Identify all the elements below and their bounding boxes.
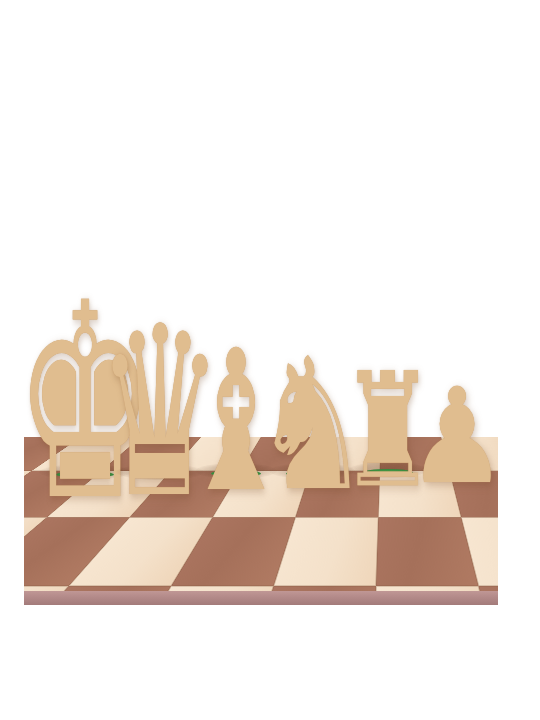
chessboard bbox=[24, 437, 498, 591]
piece-white-bishop: ♝ bbox=[146, 0, 326, 720]
piece-white-king: ♚ bbox=[0, 0, 175, 720]
square-r1c5 bbox=[295, 471, 379, 518]
piece-white-rook: ♜ bbox=[298, 0, 478, 720]
piece-white-knight: ♞ bbox=[222, 0, 402, 720]
piece-white-pawn: ♟ bbox=[367, 0, 540, 720]
square-r0c6 bbox=[380, 437, 450, 471]
board-front-edge bbox=[24, 591, 498, 605]
piece-white-queen: ♛ bbox=[70, 0, 250, 720]
square-r0c5 bbox=[310, 437, 381, 471]
board-perspective-wrapper bbox=[24, 437, 498, 591]
square-r0c7 bbox=[441, 437, 498, 471]
square-r1c6 bbox=[378, 471, 461, 518]
product-photo: ♚ ♛ ♝ ♞ ♜ ♟ bbox=[0, 0, 540, 720]
